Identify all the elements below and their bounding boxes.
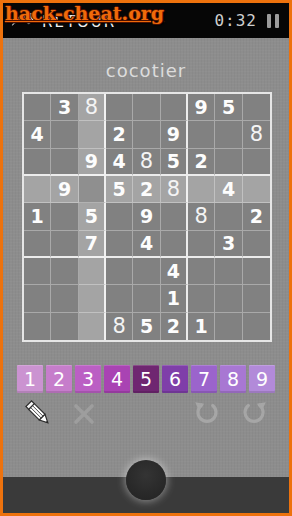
cell-r4c2[interactable]: 9 [51,176,78,203]
cell-r7c4[interactable] [106,258,133,285]
redo-icon [241,400,267,426]
phone-screen: RETOUR 0:32 hack-cheat.org cocotier 3895… [0,0,292,516]
cell-r9c6[interactable]: 2 [161,313,188,340]
numpad-button-7[interactable]: 7 [191,365,217,393]
cell-r3c4[interactable]: 4 [106,149,133,176]
cell-r8c4[interactable] [106,285,133,312]
cell-r5c3[interactable]: 5 [79,203,106,230]
cell-r9c2[interactable] [51,313,78,340]
cell-r2c5[interactable] [133,121,160,148]
cell-r3c3[interactable]: 9 [79,149,106,176]
erase-x-icon [72,402,96,426]
undo-icon [194,400,220,426]
pencil-icon [23,398,55,430]
cell-r6c8[interactable]: 3 [215,231,242,258]
cell-r4c5[interactable]: 2 [133,176,160,203]
cell-r3c6[interactable]: 5 [161,149,188,176]
cell-r1c8[interactable]: 5 [215,94,242,121]
cell-r1c3[interactable]: 8 [79,94,106,121]
cell-r6c3[interactable]: 7 [79,231,106,258]
cell-r5c9[interactable]: 2 [243,203,270,230]
cell-r5c7[interactable]: 8 [188,203,215,230]
cell-r2c6[interactable]: 9 [161,121,188,148]
cell-r8c9[interactable] [243,285,270,312]
cell-r5c1[interactable]: 1 [24,203,51,230]
cell-r9c8[interactable] [215,313,242,340]
cell-r3c5[interactable]: 8 [133,149,160,176]
cell-r4c1[interactable] [24,176,51,203]
cell-r3c1[interactable] [24,149,51,176]
cell-r5c8[interactable] [215,203,242,230]
cell-r2c8[interactable] [215,121,242,148]
cell-r6c4[interactable] [106,231,133,258]
cell-r4c4[interactable]: 5 [106,176,133,203]
cell-r4c7[interactable] [188,176,215,203]
home-button[interactable] [126,460,166,500]
cell-r1c7[interactable]: 9 [188,94,215,121]
cell-r2c1[interactable]: 4 [24,121,51,148]
cell-r4c3[interactable] [79,176,106,203]
topbar-right: 0:32 [214,11,281,30]
cell-r7c7[interactable] [188,258,215,285]
cell-r5c2[interactable] [51,203,78,230]
cell-r9c1[interactable] [24,313,51,340]
cell-r2c7[interactable] [188,121,215,148]
numpad: 123456789 [3,365,289,393]
cell-r3c8[interactable] [215,149,242,176]
cell-r8c2[interactable] [51,285,78,312]
numpad-button-6[interactable]: 6 [162,365,188,393]
cell-r7c6[interactable]: 4 [161,258,188,285]
cell-r6c5[interactable]: 4 [133,231,160,258]
cell-r3c9[interactable] [243,149,270,176]
puzzle-title: cocotier [3,60,289,81]
cell-r1c9[interactable] [243,94,270,121]
cell-r6c7[interactable] [188,231,215,258]
cell-r5c4[interactable] [106,203,133,230]
cell-r2c9[interactable]: 8 [243,121,270,148]
cell-r5c6[interactable] [161,203,188,230]
redo-button[interactable] [241,400,267,430]
cell-r4c6[interactable]: 8 [161,176,188,203]
cell-r3c2[interactable] [51,149,78,176]
watermark: hack-cheat.org [5,2,164,24]
cell-r6c1[interactable] [24,231,51,258]
numpad-button-2[interactable]: 2 [46,365,72,393]
cell-r9c4[interactable]: 8 [106,313,133,340]
cell-r4c9[interactable] [243,176,270,203]
cell-r7c1[interactable] [24,258,51,285]
cell-r7c8[interactable] [215,258,242,285]
cell-r8c5[interactable] [133,285,160,312]
cell-r7c9[interactable] [243,258,270,285]
sudoku-grid: 38954298948529528415982743418521 [22,92,272,342]
cell-r7c5[interactable] [133,258,160,285]
undo-button[interactable] [194,400,220,430]
cell-r8c7[interactable] [188,285,215,312]
cell-r8c8[interactable] [215,285,242,312]
cell-r9c9[interactable] [243,313,270,340]
cell-r2c2[interactable] [51,121,78,148]
cell-r8c1[interactable] [24,285,51,312]
cell-r1c6[interactable] [161,94,188,121]
cell-r7c3[interactable] [79,258,106,285]
cell-r6c6[interactable] [161,231,188,258]
cell-r8c3[interactable] [79,285,106,312]
cell-r1c4[interactable] [106,94,133,121]
numpad-button-5[interactable]: 5 [133,365,159,393]
cell-r1c1[interactable] [24,94,51,121]
cell-r3c7[interactable]: 2 [188,149,215,176]
numpad-button-8[interactable]: 8 [220,365,246,393]
pause-button[interactable] [265,12,281,30]
cell-r6c2[interactable] [51,231,78,258]
cell-r7c2[interactable] [51,258,78,285]
cell-r2c4[interactable]: 2 [106,121,133,148]
numpad-button-3[interactable]: 3 [75,365,101,393]
pencil-button[interactable] [23,398,55,434]
timer: 0:32 [214,11,257,30]
numpad-button-9[interactable]: 9 [249,365,275,393]
cell-r5c5[interactable]: 9 [133,203,160,230]
cell-r9c7[interactable]: 1 [188,313,215,340]
cell-r4c8[interactable]: 4 [215,176,242,203]
numpad-button-4[interactable]: 4 [104,365,130,393]
cell-r1c5[interactable] [133,94,160,121]
cell-r6c9[interactable] [243,231,270,258]
cell-r9c3[interactable] [79,313,106,340]
cell-r1c2[interactable]: 3 [51,94,78,121]
cell-r9c5[interactable]: 5 [133,313,160,340]
erase-button[interactable] [72,402,96,430]
cell-r2c3[interactable] [79,121,106,148]
numpad-button-1[interactable]: 1 [17,365,43,393]
cell-r8c6[interactable]: 1 [161,285,188,312]
